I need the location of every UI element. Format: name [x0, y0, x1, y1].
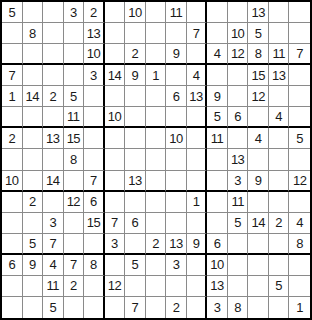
cell-r6c4[interactable]: 11	[64, 107, 85, 128]
cell-r12c13[interactable]	[248, 234, 269, 255]
cell-r10c12[interactable]: 11	[228, 192, 249, 213]
cell-r3c4[interactable]	[64, 44, 85, 65]
cell-r14c13[interactable]	[248, 276, 269, 297]
cell-r14c12[interactable]	[228, 276, 249, 297]
cell-r15c14[interactable]	[269, 297, 290, 318]
cell-r3c10[interactable]	[187, 44, 208, 65]
cell-r4c2[interactable]	[23, 65, 44, 86]
cell-r11c3[interactable]: 3	[43, 213, 64, 234]
cell-r12c9[interactable]: 13	[166, 234, 187, 255]
cell-r3c2[interactable]	[23, 44, 44, 65]
cell-r5c12[interactable]	[228, 86, 249, 107]
cell-r10c3[interactable]	[43, 192, 64, 213]
cell-r1c4[interactable]: 3	[64, 2, 85, 23]
cell-r5c6[interactable]	[105, 86, 126, 107]
cell-r10c7[interactable]	[125, 192, 146, 213]
cell-r12c7[interactable]	[125, 234, 146, 255]
cell-r8c3[interactable]	[43, 149, 64, 170]
cell-r15c9[interactable]: 2	[166, 297, 187, 318]
cell-r13c8[interactable]	[146, 255, 167, 276]
cell-r12c10[interactable]: 9	[187, 234, 208, 255]
cell-r2c8[interactable]	[146, 23, 167, 44]
cell-r7c1[interactable]: 2	[2, 128, 23, 149]
cell-r4c4[interactable]	[64, 65, 85, 86]
cell-r5c5[interactable]	[84, 86, 105, 107]
cell-r5c10[interactable]: 13	[187, 86, 208, 107]
cell-r12c12[interactable]	[228, 234, 249, 255]
cell-r14c8[interactable]	[146, 276, 167, 297]
cell-r8c8[interactable]	[146, 149, 167, 170]
cell-r5c1[interactable]: 1	[2, 86, 23, 107]
cell-r13c7[interactable]: 5	[125, 255, 146, 276]
cell-r6c10[interactable]	[187, 107, 208, 128]
cell-r15c10[interactable]	[187, 297, 208, 318]
cell-r8c9[interactable]	[166, 149, 187, 170]
cell-r6c7[interactable]	[125, 107, 146, 128]
cell-r15c13[interactable]	[248, 297, 269, 318]
cell-r12c2[interactable]: 5	[23, 234, 44, 255]
cell-r5c13[interactable]: 12	[248, 86, 269, 107]
cell-r7c10[interactable]	[187, 128, 208, 149]
cell-r13c1[interactable]: 6	[2, 255, 23, 276]
cell-r13c5[interactable]: 8	[84, 255, 105, 276]
cell-r7c11[interactable]: 11	[207, 128, 228, 149]
cell-r11c9[interactable]	[166, 213, 187, 234]
cell-r8c2[interactable]	[23, 149, 44, 170]
cell-r7c13[interactable]: 4	[248, 128, 269, 149]
cell-r8c10[interactable]	[187, 149, 208, 170]
cell-r2c14[interactable]	[269, 23, 290, 44]
cell-r9c3[interactable]: 14	[43, 171, 64, 192]
cell-r7c2[interactable]	[23, 128, 44, 149]
cell-r13c11[interactable]: 10	[207, 255, 228, 276]
cell-r6c3[interactable]	[43, 107, 64, 128]
cell-r12c11[interactable]: 6	[207, 234, 228, 255]
cell-r8c4[interactable]: 8	[64, 149, 85, 170]
cell-r2c7[interactable]	[125, 23, 146, 44]
cell-r14c9[interactable]	[166, 276, 187, 297]
cell-r7c8[interactable]	[146, 128, 167, 149]
cell-r2c3[interactable]	[43, 23, 64, 44]
cell-r5c11[interactable]: 9	[207, 86, 228, 107]
cell-r4c12[interactable]	[228, 65, 249, 86]
cell-r7c14[interactable]	[269, 128, 290, 149]
cell-r13c15[interactable]	[289, 255, 310, 276]
cell-r12c3[interactable]: 7	[43, 234, 64, 255]
cell-r10c10[interactable]: 1	[187, 192, 208, 213]
cell-r5c8[interactable]	[146, 86, 167, 107]
cell-r9c14[interactable]	[269, 171, 290, 192]
cell-r2c6[interactable]	[105, 23, 126, 44]
cell-r3c14[interactable]: 11	[269, 44, 290, 65]
cell-r6c13[interactable]	[248, 107, 269, 128]
cell-r14c5[interactable]	[84, 276, 105, 297]
cell-r6c11[interactable]: 5	[207, 107, 228, 128]
cell-r8c11[interactable]	[207, 149, 228, 170]
cell-r15c11[interactable]: 3	[207, 297, 228, 318]
cell-r13c2[interactable]: 9	[23, 255, 44, 276]
cell-r3c13[interactable]: 8	[248, 44, 269, 65]
cell-r2c13[interactable]: 5	[248, 23, 269, 44]
cell-r10c8[interactable]	[146, 192, 167, 213]
cell-r14c2[interactable]	[23, 276, 44, 297]
cell-r11c1[interactable]	[2, 213, 23, 234]
cell-r10c1[interactable]	[2, 192, 23, 213]
cell-r13c12[interactable]	[228, 255, 249, 276]
sudoku-board: 5321011138137105102941281177314914151311…	[0, 0, 312, 320]
cell-r3c11[interactable]: 4	[207, 44, 228, 65]
cell-r6c9[interactable]	[166, 107, 187, 128]
cell-r9c4[interactable]	[64, 171, 85, 192]
cell-r11c8[interactable]	[146, 213, 167, 234]
cell-r3c3[interactable]	[43, 44, 64, 65]
cell-r11c4[interactable]	[64, 213, 85, 234]
cell-r15c2[interactable]	[23, 297, 44, 318]
cell-r4c3[interactable]	[43, 65, 64, 86]
cell-r11c7[interactable]: 6	[125, 213, 146, 234]
cell-r1c13[interactable]: 13	[248, 2, 269, 23]
cell-r10c5[interactable]: 6	[84, 192, 105, 213]
cell-r3c12[interactable]: 12	[228, 44, 249, 65]
cell-r4c10[interactable]: 4	[187, 65, 208, 86]
cell-r12c4[interactable]	[64, 234, 85, 255]
cell-r9c9[interactable]	[166, 171, 187, 192]
cell-r1c2[interactable]	[23, 2, 44, 23]
cell-r10c13[interactable]	[248, 192, 269, 213]
cell-r8c1[interactable]	[2, 149, 23, 170]
cell-r1c11[interactable]	[207, 2, 228, 23]
cell-r1c15[interactable]	[289, 2, 310, 23]
cell-r12c1[interactable]	[2, 234, 23, 255]
cell-r2c2[interactable]: 8	[23, 23, 44, 44]
cell-r14c6[interactable]: 12	[105, 276, 126, 297]
cell-r4c13[interactable]: 15	[248, 65, 269, 86]
sudoku-page: 5321011138137105102941281177314914151311…	[0, 0, 312, 320]
cell-r13c3[interactable]: 4	[43, 255, 64, 276]
cell-r14c14[interactable]: 5	[269, 276, 290, 297]
cell-r13c10[interactable]	[187, 255, 208, 276]
cell-r15c15[interactable]: 1	[289, 297, 310, 318]
cell-r12c6[interactable]: 3	[105, 234, 126, 255]
cell-r11c6[interactable]: 7	[105, 213, 126, 234]
cell-r15c3[interactable]: 5	[43, 297, 64, 318]
cell-r15c6[interactable]	[105, 297, 126, 318]
cell-r13c14[interactable]	[269, 255, 290, 276]
cell-r6c14[interactable]: 4	[269, 107, 290, 128]
cell-r10c15[interactable]	[289, 192, 310, 213]
cell-r15c4[interactable]	[64, 297, 85, 318]
cell-r9c12[interactable]: 3	[228, 171, 249, 192]
cell-r14c3[interactable]: 11	[43, 276, 64, 297]
cell-r10c2[interactable]: 2	[23, 192, 44, 213]
cell-r4c8[interactable]: 1	[146, 65, 167, 86]
cell-r8c14[interactable]	[269, 149, 290, 170]
cell-r14c1[interactable]	[2, 276, 23, 297]
cell-r14c15[interactable]	[289, 276, 310, 297]
cell-r8c12[interactable]: 13	[228, 149, 249, 170]
cell-r6c12[interactable]: 6	[228, 107, 249, 128]
cell-r9c7[interactable]: 13	[125, 171, 146, 192]
cell-r14c4[interactable]: 2	[64, 276, 85, 297]
cell-r8c6[interactable]	[105, 149, 126, 170]
cell-r7c7[interactable]	[125, 128, 146, 149]
cell-r9c6[interactable]	[105, 171, 126, 192]
cell-r11c14[interactable]: 2	[269, 213, 290, 234]
cell-r15c7[interactable]: 7	[125, 297, 146, 318]
cell-r14c10[interactable]	[187, 276, 208, 297]
cell-r7c12[interactable]	[228, 128, 249, 149]
cell-r4c6[interactable]: 14	[105, 65, 126, 86]
cell-r8c7[interactable]	[125, 149, 146, 170]
cell-r12c15[interactable]: 8	[289, 234, 310, 255]
cell-r11c15[interactable]: 4	[289, 213, 310, 234]
cell-r1c10[interactable]	[187, 2, 208, 23]
cell-r7c15[interactable]: 5	[289, 128, 310, 149]
cell-r2c1[interactable]	[2, 23, 23, 44]
cell-r9c8[interactable]	[146, 171, 167, 192]
cell-r10c6[interactable]	[105, 192, 126, 213]
cell-r12c8[interactable]: 2	[146, 234, 167, 255]
cell-r7c5[interactable]	[84, 128, 105, 149]
cell-r15c1[interactable]	[2, 297, 23, 318]
cell-r12c14[interactable]	[269, 234, 290, 255]
cell-r4c9[interactable]	[166, 65, 187, 86]
cell-r4c14[interactable]: 13	[269, 65, 290, 86]
cell-r6c1[interactable]	[2, 107, 23, 128]
cell-r8c5[interactable]	[84, 149, 105, 170]
cell-r13c6[interactable]	[105, 255, 126, 276]
cell-r3c8[interactable]	[146, 44, 167, 65]
cell-r9c13[interactable]: 9	[248, 171, 269, 192]
cell-r4c1[interactable]: 7	[2, 65, 23, 86]
cell-r5c9[interactable]: 6	[166, 86, 187, 107]
cell-r11c11[interactable]	[207, 213, 228, 234]
cell-r15c8[interactable]	[146, 297, 167, 318]
cell-r2c12[interactable]: 10	[228, 23, 249, 44]
cell-r1c9[interactable]: 11	[166, 2, 187, 23]
cell-r7c9[interactable]: 10	[166, 128, 187, 149]
cell-r4c5[interactable]: 3	[84, 65, 105, 86]
cell-r14c11[interactable]: 13	[207, 276, 228, 297]
cell-r6c2[interactable]	[23, 107, 44, 128]
cell-r2c15[interactable]	[289, 23, 310, 44]
cell-r1c5[interactable]: 2	[84, 2, 105, 23]
cell-r9c5[interactable]: 7	[84, 171, 105, 192]
cell-r7c6[interactable]	[105, 128, 126, 149]
cell-r2c5[interactable]: 13	[84, 23, 105, 44]
cell-r9c15[interactable]: 12	[289, 171, 310, 192]
cell-r15c12[interactable]: 8	[228, 297, 249, 318]
cell-r9c11[interactable]	[207, 171, 228, 192]
cell-r1c3[interactable]	[43, 2, 64, 23]
cell-r13c4[interactable]: 7	[64, 255, 85, 276]
cell-r7c4[interactable]: 15	[64, 128, 85, 149]
cell-r15c5[interactable]	[84, 297, 105, 318]
cell-r9c10[interactable]	[187, 171, 208, 192]
cell-r2c10[interactable]: 7	[187, 23, 208, 44]
cell-r5c3[interactable]: 2	[43, 86, 64, 107]
cell-r1c8[interactable]	[146, 2, 167, 23]
cell-r8c15[interactable]	[289, 149, 310, 170]
cell-r2c4[interactable]	[64, 23, 85, 44]
cell-r1c6[interactable]	[105, 2, 126, 23]
cell-r3c1[interactable]	[2, 44, 23, 65]
cell-r2c11[interactable]	[207, 23, 228, 44]
cell-r5c2[interactable]: 14	[23, 86, 44, 107]
cell-r5c14[interactable]	[269, 86, 290, 107]
cell-r13c13[interactable]	[248, 255, 269, 276]
cell-r6c8[interactable]	[146, 107, 167, 128]
cell-r3c15[interactable]: 7	[289, 44, 310, 65]
cell-r12c5[interactable]	[84, 234, 105, 255]
cell-r5c7[interactable]	[125, 86, 146, 107]
cell-r6c5[interactable]	[84, 107, 105, 128]
cell-r5c15[interactable]	[289, 86, 310, 107]
cell-r7c3[interactable]: 13	[43, 128, 64, 149]
cell-r5c4[interactable]: 5	[64, 86, 85, 107]
cell-r1c1[interactable]: 5	[2, 2, 23, 23]
cell-r3c5[interactable]: 10	[84, 44, 105, 65]
cell-r10c14[interactable]	[269, 192, 290, 213]
cell-r2c9[interactable]	[166, 23, 187, 44]
cell-r11c13[interactable]: 14	[248, 213, 269, 234]
cell-r3c9[interactable]: 9	[166, 44, 187, 65]
cell-r6c15[interactable]	[289, 107, 310, 128]
cell-r10c11[interactable]	[207, 192, 228, 213]
cell-r4c11[interactable]	[207, 65, 228, 86]
cell-r9c2[interactable]	[23, 171, 44, 192]
cell-r6c6[interactable]: 10	[105, 107, 126, 128]
cell-r1c14[interactable]	[269, 2, 290, 23]
cell-r11c10[interactable]	[187, 213, 208, 234]
cell-r10c9[interactable]	[166, 192, 187, 213]
cell-r3c7[interactable]: 2	[125, 44, 146, 65]
cell-r14c7[interactable]	[125, 276, 146, 297]
cell-r4c7[interactable]: 9	[125, 65, 146, 86]
cell-r10c4[interactable]: 12	[64, 192, 85, 213]
cell-r11c2[interactable]	[23, 213, 44, 234]
cell-r11c12[interactable]: 5	[228, 213, 249, 234]
cell-r3c6[interactable]	[105, 44, 126, 65]
cell-r8c13[interactable]	[248, 149, 269, 170]
cell-r9c1[interactable]: 10	[2, 171, 23, 192]
cell-r13c9[interactable]: 3	[166, 255, 187, 276]
cell-r1c7[interactable]: 10	[125, 2, 146, 23]
cell-r4c15[interactable]	[289, 65, 310, 86]
cell-r1c12[interactable]	[228, 2, 249, 23]
cell-r11c5[interactable]: 15	[84, 213, 105, 234]
